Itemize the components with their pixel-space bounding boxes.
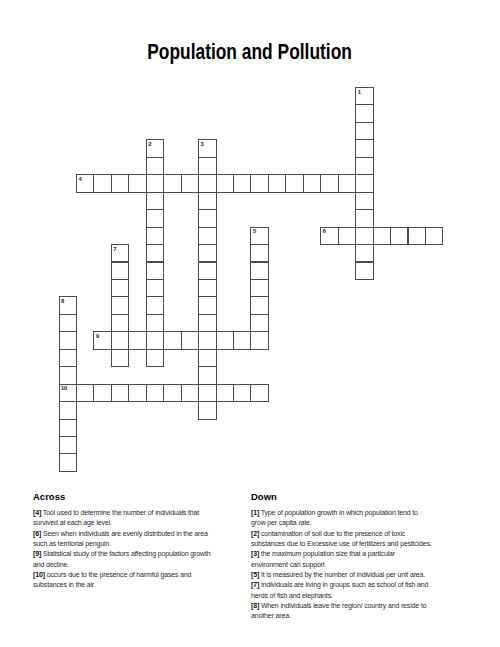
cell-r8c21[interactable] — [425, 227, 443, 245]
cell-r12c11[interactable] — [250, 296, 268, 314]
clue-down-5: [5] It is measured by the number of indi… — [251, 570, 470, 580]
across-clues: [4] Tool used to determine the number of… — [33, 508, 247, 591]
cell-r14c8[interactable] — [198, 331, 216, 349]
cell-r9c17[interactable] — [355, 244, 373, 262]
clue-number-label: [8] — [251, 602, 259, 609]
cell-r14c3[interactable] — [111, 331, 129, 349]
cell-r17c9[interactable] — [216, 384, 234, 402]
clue-number-label: [4] — [33, 509, 41, 516]
cell-r4c17[interactable] — [355, 157, 373, 175]
cell-r3c5[interactable]: 2 — [146, 139, 164, 157]
cell-r10c8[interactable] — [198, 262, 216, 280]
clue-number-label: [10] — [33, 571, 45, 578]
cell-r5c4[interactable] — [128, 174, 146, 192]
cell-r7c8[interactable] — [198, 209, 216, 227]
cell-r13c11[interactable] — [250, 314, 268, 332]
cell-r13c0[interactable] — [59, 314, 77, 332]
cell-r8c8[interactable] — [198, 227, 216, 245]
cell-r12c5[interactable] — [146, 296, 164, 314]
cell-r14c0[interactable] — [59, 331, 77, 349]
cell-r15c0[interactable] — [59, 349, 77, 367]
clue-number-9: 9 — [96, 333, 99, 339]
cell-r5c11[interactable] — [250, 174, 268, 192]
cell-r5c10[interactable] — [233, 174, 251, 192]
cell-r5c12[interactable] — [268, 174, 286, 192]
down-clues: [1] Type of population growth in which p… — [251, 508, 470, 622]
cell-r6c8[interactable] — [198, 192, 216, 210]
cell-r15c5[interactable] — [146, 349, 164, 367]
cell-r2c17[interactable] — [355, 122, 373, 140]
cell-r8c5[interactable] — [146, 227, 164, 245]
cell-r14c2[interactable]: 9 — [93, 331, 111, 349]
cell-r16c8[interactable] — [198, 366, 216, 384]
cell-r17c2[interactable] — [93, 384, 111, 402]
cell-r13c5[interactable] — [146, 314, 164, 332]
clue-down-7: [7] Individuals are living in groups suc… — [251, 580, 470, 601]
cell-r7c5[interactable] — [146, 209, 164, 227]
cell-r8c19[interactable] — [390, 227, 408, 245]
cell-r3c8[interactable]: 3 — [198, 139, 216, 157]
cell-r17c6[interactable] — [163, 384, 181, 402]
cell-r4c5[interactable] — [146, 157, 164, 175]
puzzle-title: Population and Pollution — [148, 39, 353, 65]
clue-across-6: [6] Seen when individuals are evenly dis… — [33, 529, 247, 550]
cell-r11c3[interactable] — [111, 279, 129, 297]
clue-across-4: [4] Tool used to determine the number of… — [33, 508, 247, 529]
cell-r5c5[interactable] — [146, 174, 164, 192]
cell-r13c3[interactable] — [111, 314, 129, 332]
cell-r5c3[interactable] — [111, 174, 129, 192]
cell-r17c10[interactable] — [233, 384, 251, 402]
cell-r5c8[interactable] — [198, 174, 216, 192]
cell-r15c3[interactable] — [111, 349, 129, 367]
clue-number-2: 2 — [148, 141, 151, 147]
cell-r11c5[interactable] — [146, 279, 164, 297]
cell-r14c4[interactable] — [128, 331, 146, 349]
cell-r8c16[interactable] — [338, 227, 356, 245]
cell-r8c17[interactable] — [355, 227, 373, 245]
cell-r5c6[interactable] — [163, 174, 181, 192]
cell-r15c8[interactable] — [198, 349, 216, 367]
cell-r21c0[interactable] — [59, 453, 77, 471]
cell-r5c1[interactable]: 4 — [76, 174, 94, 192]
cell-r5c14[interactable] — [303, 174, 321, 192]
cell-r11c11[interactable] — [250, 279, 268, 297]
clue-number-1: 1 — [358, 89, 361, 95]
down-clue-list: Down [1] Type of population growth in wh… — [251, 491, 470, 622]
clue-down-2: [2] contamination of soil due to the pre… — [251, 529, 470, 550]
cell-r18c0[interactable] — [59, 401, 77, 419]
cell-r7c17[interactable] — [355, 209, 373, 227]
cell-r10c5[interactable] — [146, 262, 164, 280]
clue-number-3: 3 — [201, 141, 204, 147]
cell-r9c5[interactable] — [146, 244, 164, 262]
page: { "game": "crossword", "title": "Populat… — [0, 0, 500, 647]
cell-r5c15[interactable] — [320, 174, 338, 192]
clue-across-9: [9] Statistical study of the factors aff… — [33, 549, 247, 570]
cell-r13c8[interactable] — [198, 314, 216, 332]
cell-r5c9[interactable] — [216, 174, 234, 192]
cell-r14c10[interactable] — [233, 331, 251, 349]
cell-r16c0[interactable] — [59, 366, 77, 384]
clue-down-1: [1] Type of population growth in which p… — [251, 508, 470, 529]
cell-r14c5[interactable] — [146, 331, 164, 349]
down-header: Down — [251, 491, 470, 503]
cell-r12c0[interactable]: 8 — [59, 296, 77, 314]
clue-down-3: [3] the maximum population size that a p… — [251, 549, 470, 570]
cell-r14c7[interactable] — [181, 331, 199, 349]
cell-r14c9[interactable] — [216, 331, 234, 349]
clue-number-7: 7 — [113, 246, 116, 252]
clue-number-6: 6 — [323, 228, 326, 234]
cell-r12c3[interactable] — [111, 296, 129, 314]
clue-down-8: [8] When individuals leave the region/ c… — [251, 601, 470, 622]
cell-r6c17[interactable] — [355, 192, 373, 210]
clue-number-label: [9] — [33, 550, 41, 557]
cell-r17c8[interactable] — [198, 384, 216, 402]
clue-number-8: 8 — [61, 298, 64, 304]
cell-r3c17[interactable] — [355, 139, 373, 157]
cell-r14c11[interactable] — [250, 331, 268, 349]
cell-r10c11[interactable] — [250, 262, 268, 280]
cell-r19c0[interactable] — [59, 419, 77, 437]
cell-r12c8[interactable] — [198, 296, 216, 314]
clue-number-label: [3] — [251, 550, 259, 557]
cell-r5c17[interactable] — [355, 174, 373, 192]
cell-r17c5[interactable] — [146, 384, 164, 402]
across-header: Across — [33, 491, 247, 503]
clue-number-10: 10 — [61, 385, 67, 391]
cell-r14c6[interactable] — [163, 331, 181, 349]
cell-r5c2[interactable] — [93, 174, 111, 192]
title-bar: Population and Pollution — [0, 39, 500, 65]
cell-r5c13[interactable] — [285, 174, 303, 192]
cell-r5c16[interactable] — [338, 174, 356, 192]
clue-number-label: [7] — [251, 581, 259, 588]
cell-r9c3[interactable]: 7 — [111, 244, 129, 262]
cell-r17c3[interactable] — [111, 384, 129, 402]
cell-r11c8[interactable] — [198, 279, 216, 297]
cell-r8c15[interactable]: 6 — [320, 227, 338, 245]
crossword-board: 12345678910 — [59, 87, 445, 473]
clue-number-label: [6] — [33, 530, 41, 537]
clue-number-4: 4 — [78, 176, 81, 182]
cell-r17c11[interactable] — [250, 384, 268, 402]
clue-number-5: 5 — [253, 228, 256, 234]
cell-r9c11[interactable] — [250, 244, 268, 262]
cell-r18c8[interactable] — [198, 401, 216, 419]
cell-r17c4[interactable] — [128, 384, 146, 402]
cell-r17c0[interactable]: 10 — [59, 384, 77, 402]
cell-r9c8[interactable] — [198, 244, 216, 262]
clue-across-10: [10] occurs due to the presence of harmf… — [33, 570, 247, 591]
cell-r4c8[interactable] — [198, 157, 216, 175]
cell-r6c5[interactable] — [146, 192, 164, 210]
cell-r20c0[interactable] — [59, 436, 77, 454]
cell-r10c17[interactable] — [355, 262, 373, 280]
clue-number-label: [2] — [251, 530, 259, 537]
cell-r17c7[interactable] — [181, 384, 199, 402]
across-clue-list: Across [4] Tool used to determine the nu… — [33, 491, 247, 591]
cell-r10c3[interactable] — [111, 262, 129, 280]
cell-r17c1[interactable] — [76, 384, 94, 402]
cell-r0c17[interactable]: 1 — [355, 87, 373, 105]
cell-r8c11[interactable]: 5 — [250, 227, 268, 245]
cell-r8c18[interactable] — [373, 227, 391, 245]
cell-r5c7[interactable] — [181, 174, 199, 192]
clue-number-label: [5] — [251, 571, 259, 578]
clue-number-label: [1] — [251, 509, 259, 516]
cell-r1c17[interactable] — [355, 104, 373, 122]
cell-r8c20[interactable] — [408, 227, 426, 245]
